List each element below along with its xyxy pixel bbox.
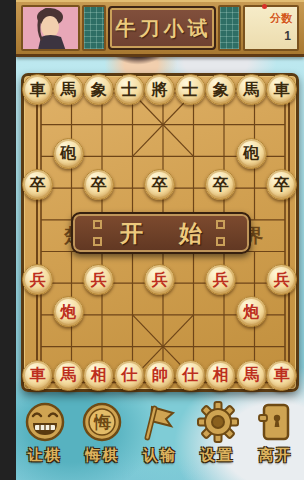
board-point-5-6[interactable] xyxy=(175,264,206,296)
hui-coin-char: 悔 xyxy=(80,400,124,444)
piece-black-4-0[interactable]: 將 xyxy=(144,74,175,105)
piece-red-8-9[interactable]: 車 xyxy=(266,360,297,391)
board-point-3-1[interactable] xyxy=(114,106,145,138)
exit-button[interactable]: 离开 xyxy=(246,394,304,480)
board-point-7-1[interactable] xyxy=(236,106,267,138)
piece-red-7-7[interactable]: 炮 xyxy=(236,296,267,327)
board-point-1-1[interactable] xyxy=(53,106,84,138)
scroll-deco-icon xyxy=(93,220,106,246)
piece-black-7-2[interactable]: 砲 xyxy=(236,138,267,169)
settings-button-label: 设置 xyxy=(201,446,235,465)
board-point-1-0[interactable]: 馬 xyxy=(53,74,84,106)
board-point-0-8[interactable] xyxy=(23,328,54,360)
hui-coin-icon: 悔 xyxy=(80,400,124,444)
board-point-1-8[interactable] xyxy=(53,328,84,360)
board-point-6-3[interactable]: 卒 xyxy=(206,169,237,201)
board-point-8-2[interactable] xyxy=(267,137,298,169)
board-point-5-2[interactable] xyxy=(175,137,206,169)
board-point-6-6[interactable]: 兵 xyxy=(206,264,237,296)
undo-button-label: 悔棋 xyxy=(85,446,119,465)
board-point-0-7[interactable] xyxy=(23,296,54,328)
scroll-deco-icon xyxy=(216,220,229,246)
board-point-6-2[interactable] xyxy=(206,137,237,169)
piece-black-7-0[interactable]: 馬 xyxy=(236,74,267,105)
board-point-2-7[interactable] xyxy=(84,296,115,328)
resign-button[interactable]: 认输 xyxy=(131,394,189,480)
board-point-8-0[interactable]: 車 xyxy=(267,74,298,106)
flag-icon xyxy=(138,400,182,444)
bottom-toolbar: 让棋 悔 悔棋 认输 xyxy=(16,394,304,480)
board-point-2-9[interactable]: 相 xyxy=(84,359,115,391)
board-point-2-6[interactable]: 兵 xyxy=(84,264,115,296)
board-point-7-9[interactable]: 馬 xyxy=(236,359,267,391)
piece-red-1-9[interactable]: 馬 xyxy=(53,360,84,391)
board-point-5-1[interactable] xyxy=(175,106,206,138)
board-point-7-8[interactable] xyxy=(236,328,267,360)
screen: 牛刀小试 分数 1 楚河 漢界 車馬象士將士象馬車砲砲卒卒卒卒卒兵兵兵兵兵炮炮車… xyxy=(16,0,304,480)
board-point-2-8[interactable] xyxy=(84,328,115,360)
board-point-0-4[interactable] xyxy=(23,201,54,233)
board-point-1-3[interactable] xyxy=(53,169,84,201)
piece-black-0-0[interactable]: 車 xyxy=(22,74,53,105)
board-point-0-6[interactable]: 兵 xyxy=(23,264,54,296)
board-point-2-1[interactable] xyxy=(84,106,115,138)
board-point-6-9[interactable]: 相 xyxy=(206,359,237,391)
board-point-3-8[interactable] xyxy=(114,328,145,360)
piece-black-2-0[interactable]: 象 xyxy=(83,74,114,105)
board-point-8-6[interactable]: 兵 xyxy=(267,264,298,296)
piece-black-1-2[interactable]: 砲 xyxy=(53,138,84,169)
board-point-0-5[interactable] xyxy=(23,232,54,264)
piece-black-3-0[interactable]: 士 xyxy=(114,74,145,105)
board-point-0-3[interactable]: 卒 xyxy=(23,169,54,201)
board-point-2-2[interactable] xyxy=(84,137,115,169)
piece-red-4-6[interactable]: 兵 xyxy=(144,264,175,295)
board-point-5-0[interactable]: 士 xyxy=(175,74,206,106)
piece-black-0-3[interactable]: 卒 xyxy=(22,169,53,200)
piece-black-8-0[interactable]: 車 xyxy=(266,74,297,105)
red-dot xyxy=(262,4,267,9)
board-point-0-1[interactable] xyxy=(23,106,54,138)
yield-button-label: 让棋 xyxy=(28,446,62,465)
yield-button[interactable]: 让棋 xyxy=(16,394,74,480)
board-point-7-7[interactable]: 炮 xyxy=(236,296,267,328)
board-point-8-3[interactable]: 卒 xyxy=(267,169,298,201)
board-point-6-1[interactable] xyxy=(206,106,237,138)
board-point-8-7[interactable] xyxy=(267,296,298,328)
board-point-8-5[interactable] xyxy=(267,232,298,264)
score-label: 分数 xyxy=(270,11,292,26)
piece-red-0-9[interactable]: 車 xyxy=(22,360,53,391)
grin-face-icon xyxy=(23,400,67,444)
board-point-1-9[interactable]: 馬 xyxy=(53,359,84,391)
board-point-1-6[interactable] xyxy=(53,264,84,296)
start-button[interactable]: 开始 xyxy=(71,212,251,254)
board-point-8-4[interactable] xyxy=(267,201,298,233)
board-point-5-7[interactable] xyxy=(175,296,206,328)
board-point-5-3[interactable] xyxy=(175,169,206,201)
piece-red-0-6[interactable]: 兵 xyxy=(22,264,53,295)
board-point-0-0[interactable]: 車 xyxy=(23,74,54,106)
board-point-4-7[interactable] xyxy=(145,296,176,328)
piece-black-4-3[interactable]: 卒 xyxy=(144,169,175,200)
board-point-6-8[interactable] xyxy=(206,328,237,360)
piece-red-2-6[interactable]: 兵 xyxy=(83,264,114,295)
board-point-2-3[interactable]: 卒 xyxy=(84,169,115,201)
exit-door-icon xyxy=(253,400,297,444)
piece-red-3-9[interactable]: 仕 xyxy=(114,360,145,391)
piece-red-8-6[interactable]: 兵 xyxy=(266,264,297,295)
board-point-3-9[interactable]: 仕 xyxy=(114,359,145,391)
gear-icon xyxy=(196,400,240,444)
board-point-8-9[interactable]: 車 xyxy=(267,359,298,391)
exit-button-label: 离开 xyxy=(258,446,292,465)
board-point-1-7[interactable]: 炮 xyxy=(53,296,84,328)
piece-black-6-3[interactable]: 卒 xyxy=(205,169,236,200)
board-point-2-0[interactable]: 象 xyxy=(84,74,115,106)
board-point-3-0[interactable]: 士 xyxy=(114,74,145,106)
board-point-7-0[interactable]: 馬 xyxy=(236,74,267,106)
piece-black-1-0[interactable]: 馬 xyxy=(53,74,84,105)
piece-red-6-9[interactable]: 相 xyxy=(205,360,236,391)
board-point-4-3[interactable]: 卒 xyxy=(145,169,176,201)
board-point-4-0[interactable]: 將 xyxy=(145,74,176,106)
board-point-5-9[interactable]: 仕 xyxy=(175,359,206,391)
piece-red-5-9[interactable]: 仕 xyxy=(175,360,206,391)
top-bar: 牛刀小试 分数 1 xyxy=(16,0,304,57)
piece-red-2-9[interactable]: 相 xyxy=(83,360,114,391)
board-point-3-3[interactable] xyxy=(114,169,145,201)
board-point-8-8[interactable] xyxy=(267,328,298,360)
settings-button[interactable]: 设置 xyxy=(189,394,247,480)
board-point-4-6[interactable]: 兵 xyxy=(145,264,176,296)
board-point-8-1[interactable] xyxy=(267,106,298,138)
board-point-0-9[interactable]: 車 xyxy=(23,359,54,391)
piece-black-6-0[interactable]: 象 xyxy=(205,74,236,105)
page-title-text: 牛刀小试 xyxy=(112,15,212,42)
board-point-6-7[interactable] xyxy=(206,296,237,328)
piece-red-7-9[interactable]: 馬 xyxy=(236,360,267,391)
piece-black-8-3[interactable]: 卒 xyxy=(266,169,297,200)
undo-button[interactable]: 悔 悔棋 xyxy=(74,394,132,480)
xiangqi-board[interactable]: 楚河 漢界 車馬象士將士象馬車砲砲卒卒卒卒卒兵兵兵兵兵炮炮車馬相仕帥仕相馬車 开… xyxy=(21,73,299,392)
piece-red-1-7[interactable]: 炮 xyxy=(53,296,84,327)
board-point-6-0[interactable]: 象 xyxy=(206,74,237,106)
board-point-1-2[interactable]: 砲 xyxy=(53,137,84,169)
score-value: 1 xyxy=(284,29,291,43)
piece-red-6-6[interactable]: 兵 xyxy=(205,264,236,295)
board-point-3-2[interactable] xyxy=(114,137,145,169)
page-title: 牛刀小试 xyxy=(108,6,216,50)
board-point-4-9[interactable]: 帥 xyxy=(145,359,176,391)
resign-button-label: 认输 xyxy=(143,446,177,465)
board-point-3-6[interactable] xyxy=(114,264,145,296)
avatar[interactable] xyxy=(21,5,80,51)
board-point-7-2[interactable]: 砲 xyxy=(236,137,267,169)
piece-black-5-0[interactable]: 士 xyxy=(175,74,206,105)
tile-pattern-left xyxy=(82,5,106,51)
board-point-7-6[interactable] xyxy=(236,264,267,296)
board-point-4-8[interactable] xyxy=(145,328,176,360)
board-point-0-2[interactable] xyxy=(23,137,54,169)
avatar-image xyxy=(23,7,74,51)
board-point-4-1[interactable] xyxy=(145,106,176,138)
tile-pattern-right xyxy=(218,5,242,51)
piece-black-2-3[interactable]: 卒 xyxy=(83,169,114,200)
board-point-4-2[interactable] xyxy=(145,137,176,169)
board-point-3-7[interactable] xyxy=(114,296,145,328)
board-point-7-3[interactable] xyxy=(236,169,267,201)
board-point-5-8[interactable] xyxy=(175,328,206,360)
piece-red-4-9[interactable]: 帥 xyxy=(144,360,175,391)
score-panel: 分数 1 xyxy=(243,5,299,51)
